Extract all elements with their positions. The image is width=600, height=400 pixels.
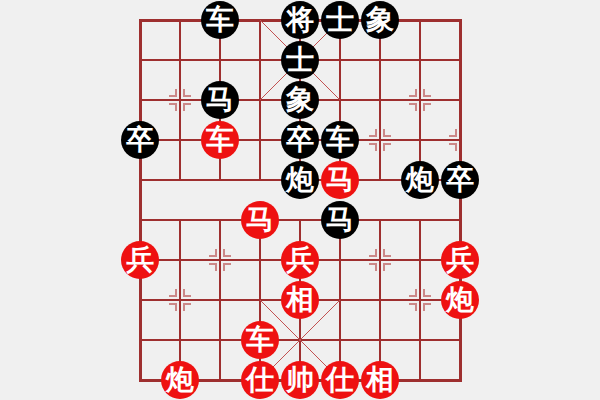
board-point-8-9[interactable]	[440, 360, 480, 400]
piece-red-cannon[interactable]: 炮	[161, 361, 199, 399]
board-point-7-5[interactable]	[400, 200, 440, 240]
board-point-6-2[interactable]	[360, 80, 400, 120]
board-point-8-5[interactable]	[440, 200, 480, 240]
board-point-6-1[interactable]	[360, 40, 400, 80]
board-point-2-5[interactable]	[200, 200, 240, 240]
board-point-1-6[interactable]	[160, 240, 200, 280]
board-point-2-8[interactable]	[200, 320, 240, 360]
board-point-0-3[interactable]: 卒	[120, 120, 160, 160]
board-point-4-7[interactable]: 相	[280, 280, 320, 320]
board-point-5-4[interactable]: 马	[320, 160, 360, 200]
board-point-1-3[interactable]	[160, 120, 200, 160]
piece-red-advisor[interactable]: 仕	[321, 361, 359, 399]
board-point-1-8[interactable]	[160, 320, 200, 360]
board-point-8-3[interactable]	[440, 120, 480, 160]
board-point-0-5[interactable]	[120, 200, 160, 240]
board-point-0-9[interactable]	[120, 360, 160, 400]
piece-red-elephant[interactable]: 相	[361, 361, 399, 399]
piece-black-cannon[interactable]: 炮	[401, 161, 439, 199]
board-point-3-6[interactable]	[240, 240, 280, 280]
board-point-2-3[interactable]: 车	[200, 120, 240, 160]
piece-black-advisor[interactable]: 士	[281, 41, 319, 79]
piece-black-advisor[interactable]: 士	[321, 1, 359, 39]
piece-black-soldier[interactable]: 卒	[121, 121, 159, 159]
board-point-3-2[interactable]	[240, 80, 280, 120]
board-point-6-7[interactable]	[360, 280, 400, 320]
board-point-6-0[interactable]: 象	[360, 0, 400, 40]
piece-black-elephant[interactable]: 象	[281, 81, 319, 119]
piece-red-horse[interactable]: 马	[241, 201, 279, 239]
board-point-0-8[interactable]	[120, 320, 160, 360]
board-point-6-5[interactable]	[360, 200, 400, 240]
board-point-8-6[interactable]: 兵	[440, 240, 480, 280]
board-point-0-0[interactable]	[120, 0, 160, 40]
piece-red-elephant[interactable]: 相	[281, 281, 319, 319]
board-point-0-2[interactable]	[120, 80, 160, 120]
board-point-5-0[interactable]: 士	[320, 0, 360, 40]
board-point-4-9[interactable]: 帅	[280, 360, 320, 400]
piece-red-chariot[interactable]: 车	[201, 121, 239, 159]
board-point-8-1[interactable]	[440, 40, 480, 80]
piece-red-soldier[interactable]: 兵	[441, 241, 479, 279]
board-point-7-0[interactable]	[400, 0, 440, 40]
board-point-1-7[interactable]	[160, 280, 200, 320]
piece-black-chariot[interactable]: 车	[321, 121, 359, 159]
board-point-6-3[interactable]	[360, 120, 400, 160]
board-point-2-4[interactable]	[200, 160, 240, 200]
board-point-2-7[interactable]	[200, 280, 240, 320]
board-point-4-6[interactable]: 兵	[280, 240, 320, 280]
board-point-5-3[interactable]: 车	[320, 120, 360, 160]
board-point-3-8[interactable]: 车	[240, 320, 280, 360]
board-point-8-7[interactable]: 炮	[440, 280, 480, 320]
board-point-3-5[interactable]: 马	[240, 200, 280, 240]
board-point-3-9[interactable]: 仕	[240, 360, 280, 400]
board-point-7-4[interactable]: 炮	[400, 160, 440, 200]
board-point-5-9[interactable]: 仕	[320, 360, 360, 400]
board-point-5-7[interactable]	[320, 280, 360, 320]
board-point-8-4[interactable]: 卒	[440, 160, 480, 200]
board-point-6-6[interactable]	[360, 240, 400, 280]
piece-black-horse[interactable]: 马	[201, 81, 239, 119]
piece-red-advisor[interactable]: 仕	[241, 361, 279, 399]
board-point-7-2[interactable]	[400, 80, 440, 120]
board-point-7-8[interactable]	[400, 320, 440, 360]
board-point-1-5[interactable]	[160, 200, 200, 240]
board-point-4-0[interactable]: 将	[280, 0, 320, 40]
board-point-6-8[interactable]	[360, 320, 400, 360]
board-point-5-2[interactable]	[320, 80, 360, 120]
piece-black-chariot[interactable]: 车	[201, 1, 239, 39]
board-point-2-6[interactable]	[200, 240, 240, 280]
xiangqi-board[interactable]: 车将士象士马象卒车卒车炮马炮卒马马兵兵兵相炮车炮仕帅仕相	[120, 0, 480, 400]
board-point-6-9[interactable]: 相	[360, 360, 400, 400]
board-point-4-8[interactable]	[280, 320, 320, 360]
board-point-4-2[interactable]: 象	[280, 80, 320, 120]
board-point-5-5[interactable]: 马	[320, 200, 360, 240]
piece-black-elephant[interactable]: 象	[361, 1, 399, 39]
board-point-5-1[interactable]	[320, 40, 360, 80]
board-point-7-6[interactable]	[400, 240, 440, 280]
board-point-7-1[interactable]	[400, 40, 440, 80]
board-point-2-9[interactable]	[200, 360, 240, 400]
piece-black-soldier[interactable]: 卒	[281, 121, 319, 159]
board-point-2-2[interactable]: 马	[200, 80, 240, 120]
board-point-5-8[interactable]	[320, 320, 360, 360]
board-point-8-0[interactable]	[440, 0, 480, 40]
board-point-1-4[interactable]	[160, 160, 200, 200]
board-point-5-6[interactable]	[320, 240, 360, 280]
piece-black-general[interactable]: 将	[281, 1, 319, 39]
board-point-1-0[interactable]	[160, 0, 200, 40]
board-point-7-9[interactable]	[400, 360, 440, 400]
piece-red-horse[interactable]: 马	[321, 161, 359, 199]
piece-black-horse[interactable]: 马	[321, 201, 359, 239]
board-point-0-7[interactable]	[120, 280, 160, 320]
board-point-3-3[interactable]	[240, 120, 280, 160]
board-point-4-3[interactable]: 卒	[280, 120, 320, 160]
xiangqi-board-screen: 车将士象士马象卒车卒车炮马炮卒马马兵兵兵相炮车炮仕帅仕相	[0, 0, 600, 400]
board-point-0-4[interactable]	[120, 160, 160, 200]
board-point-4-4[interactable]: 炮	[280, 160, 320, 200]
board-point-1-2[interactable]	[160, 80, 200, 120]
piece-red-chariot[interactable]: 车	[241, 321, 279, 359]
board-point-7-7[interactable]	[400, 280, 440, 320]
piece-red-soldier[interactable]: 兵	[281, 241, 319, 279]
board-point-7-3[interactable]	[400, 120, 440, 160]
board-point-0-6[interactable]: 兵	[120, 240, 160, 280]
board-point-6-4[interactable]	[360, 160, 400, 200]
board-point-3-4[interactable]	[240, 160, 280, 200]
board-point-3-0[interactable]	[240, 0, 280, 40]
piece-black-soldier[interactable]: 卒	[441, 161, 479, 199]
board-point-3-7[interactable]	[240, 280, 280, 320]
board-point-3-1[interactable]	[240, 40, 280, 80]
board-point-2-1[interactable]	[200, 40, 240, 80]
board-point-8-2[interactable]	[440, 80, 480, 120]
board-point-4-5[interactable]	[280, 200, 320, 240]
piece-red-general[interactable]: 帅	[281, 361, 319, 399]
board-point-1-9[interactable]: 炮	[160, 360, 200, 400]
board-point-8-8[interactable]	[440, 320, 480, 360]
board-point-1-1[interactable]	[160, 40, 200, 80]
board-point-2-0[interactable]: 车	[200, 0, 240, 40]
board-point-4-1[interactable]: 士	[280, 40, 320, 80]
piece-red-soldier[interactable]: 兵	[121, 241, 159, 279]
piece-black-cannon[interactable]: 炮	[281, 161, 319, 199]
piece-red-cannon[interactable]: 炮	[441, 281, 479, 319]
board-point-0-1[interactable]	[120, 40, 160, 80]
